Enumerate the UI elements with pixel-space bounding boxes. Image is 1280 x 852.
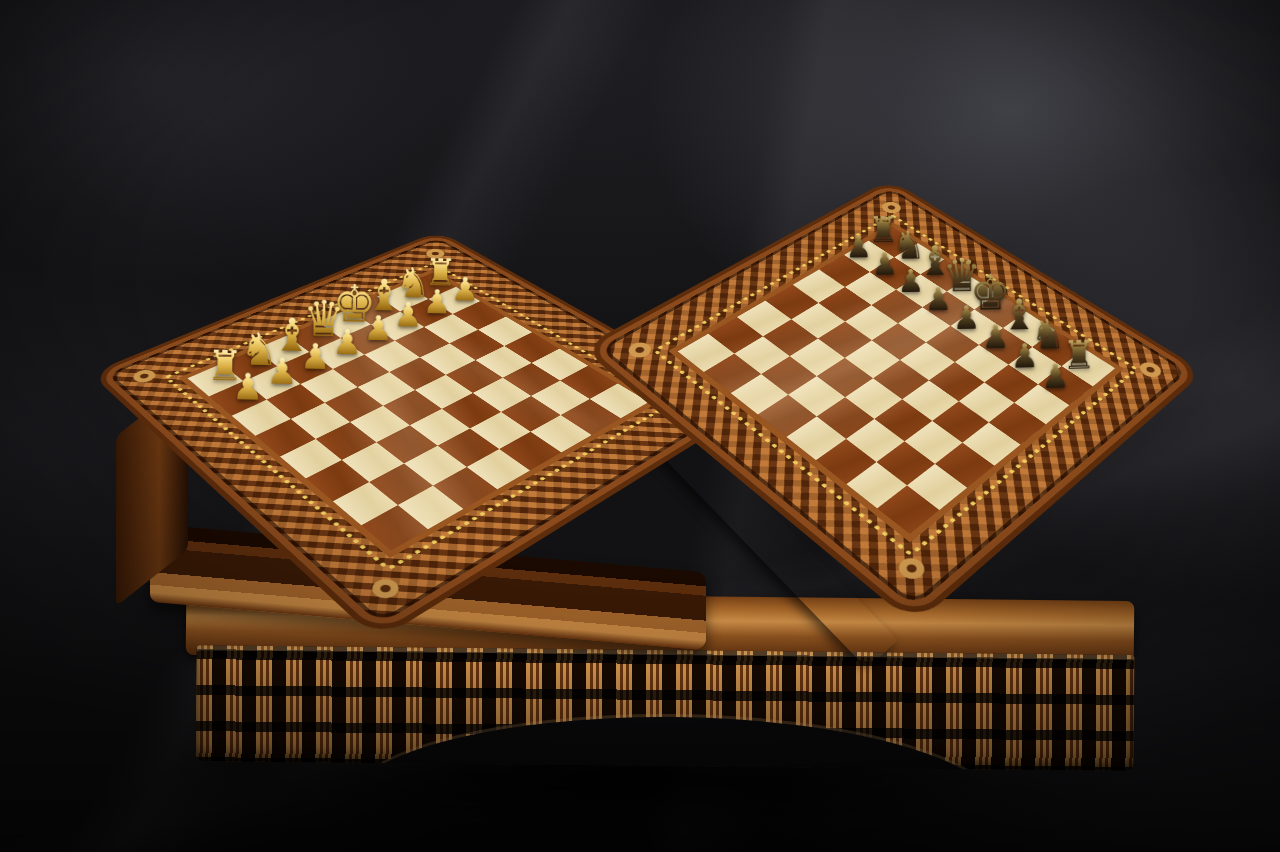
bronze-pawn-piece[interactable]: ♟ (1041, 359, 1069, 393)
right-board-tilted-square-6-7[interactable] (907, 464, 967, 510)
gold-pawn-piece[interactable]: ♟ (451, 274, 479, 307)
right-board-playing-field: ♜♞♝♛♚♝♞♜♟♟♟♟♟♟♟♟ (678, 227, 1115, 534)
bronze-pawn-piece[interactable]: ♟ (898, 265, 925, 297)
gold-pawn-piece[interactable]: ♟ (394, 299, 423, 333)
bronze-pawn-piece[interactable]: ♟ (953, 301, 981, 334)
bronze-pawn-piece[interactable]: ♟ (1011, 339, 1039, 373)
bronze-pawn-piece[interactable]: ♟ (871, 248, 898, 279)
gold-pawn-piece[interactable]: ♟ (232, 369, 264, 406)
bronze-pawn-piece[interactable]: ♟ (981, 320, 1009, 353)
right-board-area: ♜♞♝♛♚♝♞♜♟♟♟♟♟♟♟♟ (610, 80, 1190, 640)
stand-arch-cutout (345, 714, 1003, 771)
gold-pawn-piece[interactable]: ♟ (300, 339, 331, 375)
right-board-tilted-square-7-0[interactable] (678, 334, 734, 372)
left-board-playing-field: ♜♞♝♛♚♝♞♜♟♟♟♟♟♟♟♟ (187, 273, 648, 551)
stand-front-panel (195, 645, 1134, 771)
bronze-pawn-piece[interactable]: ♟ (845, 231, 872, 262)
right-board-tilted-square-0-7[interactable]: ♜ (1062, 349, 1115, 386)
gold-pawn-piece[interactable]: ♟ (332, 325, 362, 360)
right-chessboard: ♜♞♝♛♚♝♞♜♟♟♟♟♟♟♟♟ (599, 188, 1188, 608)
gold-pawn-piece[interactable]: ♟ (267, 354, 298, 391)
gold-pawn-piece[interactable]: ♟ (423, 286, 452, 320)
bronze-pawn-piece[interactable]: ♟ (925, 283, 952, 315)
gold-pawn-piece[interactable]: ♟ (363, 312, 393, 347)
chess-photo-scene: ♜♞♝♛♚♝♞♜♟♟♟♟♟♟♟♟ ♜♞♝♛♚♝♞♜♟♟♟♟♟♟♟♟ (0, 0, 1280, 852)
